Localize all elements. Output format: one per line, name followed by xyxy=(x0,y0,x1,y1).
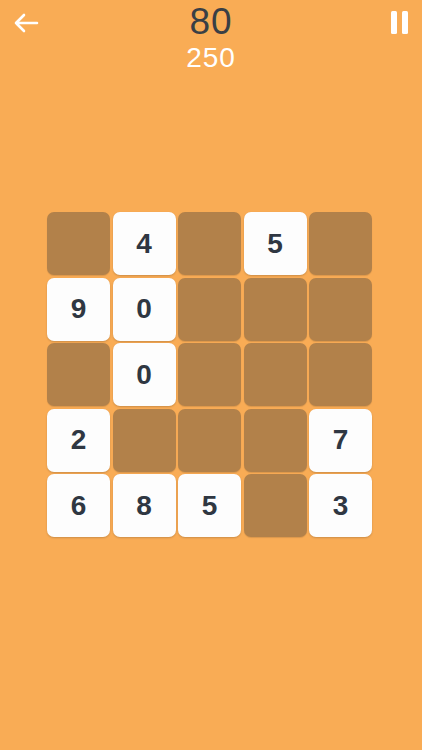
tile-blank-r1c1[interactable] xyxy=(47,212,110,275)
tile-blank-r3c3[interactable] xyxy=(178,343,241,406)
tile-blank-r4c3[interactable] xyxy=(178,409,241,472)
pause-button[interactable] xyxy=(391,11,408,34)
score-value: 80 xyxy=(0,0,422,44)
tile-number-r3c2[interactable]: 0 xyxy=(113,343,176,406)
tile-blank-r1c5[interactable] xyxy=(309,212,372,275)
tile-number-r5c3[interactable]: 5 xyxy=(178,474,241,537)
tile-number-r2c2[interactable]: 0 xyxy=(113,278,176,341)
game-screen: 80 250 45900276853 xyxy=(0,0,422,750)
tile-blank-r2c3[interactable] xyxy=(178,278,241,341)
tile-number-r4c1[interactable]: 2 xyxy=(47,409,110,472)
pause-icon xyxy=(402,11,408,34)
tile-blank-r3c1[interactable] xyxy=(47,343,110,406)
tile-number-r2c1[interactable]: 9 xyxy=(47,278,110,341)
pause-icon xyxy=(391,11,397,34)
tile-blank-r3c4[interactable] xyxy=(244,343,307,406)
tile-blank-r2c5[interactable] xyxy=(309,278,372,341)
tile-number-r5c1[interactable]: 6 xyxy=(47,474,110,537)
tile-blank-r5c4[interactable] xyxy=(244,474,307,537)
tile-number-r1c2[interactable]: 4 xyxy=(113,212,176,275)
tile-blank-r2c4[interactable] xyxy=(244,278,307,341)
tile-blank-r1c3[interactable] xyxy=(178,212,241,275)
tile-number-r1c4[interactable]: 5 xyxy=(244,212,307,275)
board-grid: 45900276853 xyxy=(47,212,372,537)
tile-blank-r3c5[interactable] xyxy=(309,343,372,406)
tile-number-r5c5[interactable]: 3 xyxy=(309,474,372,537)
tile-blank-r4c4[interactable] xyxy=(244,409,307,472)
tile-number-r5c2[interactable]: 8 xyxy=(113,474,176,537)
target-value: 250 xyxy=(0,43,422,73)
tile-blank-r4c2[interactable] xyxy=(113,409,176,472)
tile-number-r4c5[interactable]: 7 xyxy=(309,409,372,472)
